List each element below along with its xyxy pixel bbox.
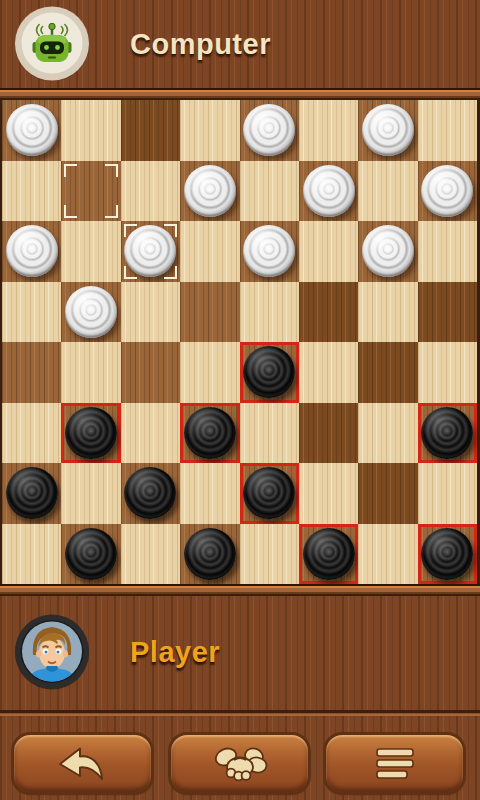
square-r3c6 — [299, 221, 358, 282]
white-checker-piece[interactable]: ⛀ — [184, 165, 236, 217]
square-r6c1 — [2, 403, 61, 464]
player-avatar-icon — [13, 613, 91, 691]
square-r5c8 — [418, 342, 477, 403]
player-name-label: Player — [130, 636, 220, 669]
piece-glyph: ⛂ — [184, 528, 236, 580]
square-r3c8 — [418, 221, 477, 282]
white-checker-piece[interactable]: ⛀ — [362, 225, 414, 277]
square-r7c1[interactable]: ⛂ — [2, 463, 61, 524]
piece-glyph: ⛀ — [184, 165, 236, 217]
black-checker-piece[interactable]: ⛂ — [184, 528, 236, 580]
square-r2c5 — [240, 161, 299, 222]
menu-icon — [375, 747, 415, 781]
piece-glyph: ⛀ — [243, 225, 295, 277]
square-r4c4[interactable] — [180, 282, 239, 343]
piece-glyph: ⛂ — [421, 528, 473, 580]
piece-glyph: ⛀ — [6, 104, 58, 156]
menu-button[interactable] — [326, 735, 463, 792]
piece-glyph: ⛂ — [243, 346, 295, 398]
piece-glyph: ⛀ — [243, 104, 295, 156]
square-r5c6 — [299, 342, 358, 403]
checkers-app: Computer ⛀⛀⛀⛀⛀⛀⛀⛀⛀⛀⛀⛂⛂⛂⛂⛂⛂⛂⛂⛂⛂⛂ — [0, 0, 480, 800]
square-r4c5 — [240, 282, 299, 343]
square-r8c2[interactable]: ⛂ — [61, 524, 120, 585]
square-r6c4[interactable]: ⛂ — [180, 403, 239, 464]
square-r1c2 — [61, 100, 120, 161]
computer-name-label: Computer — [130, 28, 271, 61]
square-r8c5 — [240, 524, 299, 585]
black-checker-piece[interactable]: ⛂ — [421, 528, 473, 580]
piece-glyph: ⛂ — [184, 407, 236, 459]
robot-avatar — [13, 5, 91, 83]
square-r5c1[interactable] — [2, 342, 61, 403]
square-r8c4[interactable]: ⛂ — [180, 524, 239, 585]
piece-glyph: ⛀ — [362, 104, 414, 156]
white-checker-piece[interactable]: ⛀ — [243, 225, 295, 277]
square-r3c7[interactable]: ⛀ — [358, 221, 417, 282]
button-bar-divider — [0, 710, 480, 716]
square-r7c2 — [61, 463, 120, 524]
back-button[interactable] — [14, 735, 151, 792]
square-r5c4 — [180, 342, 239, 403]
square-r6c2[interactable]: ⛂ — [61, 403, 120, 464]
piece-glyph: ⛀ — [6, 225, 58, 277]
square-r6c5 — [240, 403, 299, 464]
square-r5c5[interactable]: ⛂ — [240, 342, 299, 403]
piece-glyph: ⛀ — [362, 225, 414, 277]
white-checker-piece[interactable]: ⛀ — [421, 165, 473, 217]
square-r4c3 — [121, 282, 180, 343]
square-r6c6[interactable] — [299, 403, 358, 464]
computer-bar: Computer — [0, 0, 480, 88]
square-r5c3[interactable] — [121, 342, 180, 403]
black-checker-piece[interactable]: ⛂ — [65, 407, 117, 459]
black-checker-piece[interactable]: ⛂ — [6, 467, 58, 519]
black-checker-piece[interactable]: ⛂ — [421, 407, 473, 459]
piece-glyph: ⛀ — [421, 165, 473, 217]
square-r3c3[interactable]: ⛀ — [121, 221, 180, 282]
square-r4c8[interactable] — [418, 282, 477, 343]
square-r2c3 — [121, 161, 180, 222]
square-r4c7 — [358, 282, 417, 343]
piece-glyph: ⛀ — [65, 286, 117, 338]
black-checker-piece[interactable]: ⛂ — [243, 346, 295, 398]
white-checker-piece[interactable]: ⛀ — [243, 104, 295, 156]
square-r8c1 — [2, 524, 61, 585]
robot-avatar-icon — [13, 5, 91, 83]
square-r1c1[interactable]: ⛀ — [2, 100, 61, 161]
piece-glyph: ⛂ — [243, 467, 295, 519]
square-r1c4 — [180, 100, 239, 161]
piece-glyph: ⛂ — [303, 528, 355, 580]
white-checker-piece[interactable]: ⛀ — [303, 165, 355, 217]
square-r3c4 — [180, 221, 239, 282]
white-checker-piece[interactable]: ⛀ — [6, 104, 58, 156]
board-frame-bottom — [0, 584, 480, 596]
checkers-board: ⛀⛀⛀⛀⛀⛀⛀⛀⛀⛀⛀⛂⛂⛂⛂⛂⛂⛂⛂⛂⛂⛂ — [0, 100, 480, 584]
square-r7c4 — [180, 463, 239, 524]
piece-glyph: ⛂ — [124, 467, 176, 519]
white-checker-piece[interactable]: ⛀ — [6, 225, 58, 277]
piece-glyph: ⛀ — [303, 165, 355, 217]
piece-glyph: ⛂ — [421, 407, 473, 459]
piece-glyph: ⛂ — [65, 407, 117, 459]
square-r8c8[interactable]: ⛂ — [418, 524, 477, 585]
black-checker-piece[interactable]: ⛂ — [303, 528, 355, 580]
square-r3c5[interactable]: ⛀ — [240, 221, 299, 282]
square-r8c3 — [121, 524, 180, 585]
square-r7c7[interactable] — [358, 463, 417, 524]
square-r5c7[interactable] — [358, 342, 417, 403]
square-r1c5[interactable]: ⛀ — [240, 100, 299, 161]
square-r7c3[interactable]: ⛂ — [121, 463, 180, 524]
square-r6c8[interactable]: ⛂ — [418, 403, 477, 464]
square-r1c8 — [418, 100, 477, 161]
square-r1c7[interactable]: ⛀ — [358, 100, 417, 161]
black-checker-piece[interactable]: ⛂ — [243, 467, 295, 519]
back-arrow-icon — [57, 745, 109, 783]
black-checker-piece[interactable]: ⛂ — [184, 407, 236, 459]
square-r8c7 — [358, 524, 417, 585]
player-bar: Player — [0, 596, 480, 708]
square-r4c2[interactable]: ⛀ — [61, 282, 120, 343]
square-r7c8 — [418, 463, 477, 524]
offer-draw-button[interactable] — [171, 735, 308, 792]
handshake-icon — [210, 743, 270, 785]
black-checker-piece[interactable]: ⛂ — [124, 467, 176, 519]
square-r2c1 — [2, 161, 61, 222]
white-checker-piece[interactable]: ⛀ — [362, 104, 414, 156]
square-r1c3[interactable] — [121, 100, 180, 161]
square-r1c6 — [299, 100, 358, 161]
white-checker-piece[interactable]: ⛀ — [65, 286, 117, 338]
square-r6c3 — [121, 403, 180, 464]
square-r4c1 — [2, 282, 61, 343]
square-r3c1[interactable]: ⛀ — [2, 221, 61, 282]
square-r2c8[interactable]: ⛀ — [418, 161, 477, 222]
square-r7c6 — [299, 463, 358, 524]
black-checker-piece[interactable]: ⛂ — [65, 528, 117, 580]
board-frame-top — [0, 88, 480, 100]
square-r2c4[interactable]: ⛀ — [180, 161, 239, 222]
piece-glyph: ⛂ — [6, 467, 58, 519]
square-r2c7 — [358, 161, 417, 222]
square-r4c6[interactable] — [299, 282, 358, 343]
square-r3c2 — [61, 221, 120, 282]
piece-glyph: ⛂ — [65, 528, 117, 580]
square-r8c6[interactable]: ⛂ — [299, 524, 358, 585]
square-r5c2 — [61, 342, 120, 403]
square-r7c5[interactable]: ⛂ — [240, 463, 299, 524]
player-avatar — [13, 613, 91, 691]
white-checker-piece[interactable]: ⛀ — [124, 225, 176, 277]
square-r6c7 — [358, 403, 417, 464]
square-r2c2[interactable] — [61, 161, 120, 222]
piece-glyph: ⛀ — [124, 225, 176, 277]
square-r2c6[interactable]: ⛀ — [299, 161, 358, 222]
